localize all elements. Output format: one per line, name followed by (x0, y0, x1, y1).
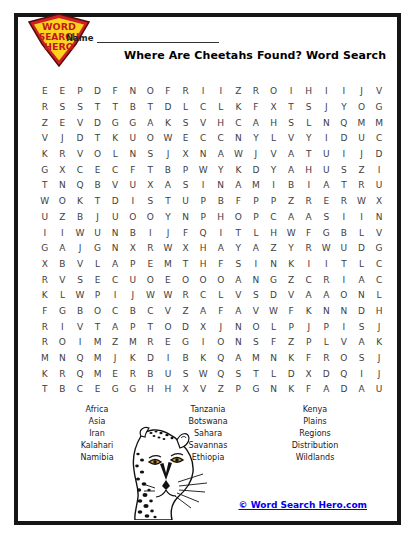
grid-cell: G (124, 382, 142, 398)
grid-cell: X (194, 319, 212, 335)
grid-cell: T (282, 100, 300, 116)
grid-cell: A (142, 115, 160, 131)
grid-cell: O (159, 319, 177, 335)
grid-cell: N (106, 241, 124, 257)
grid-cell: C (106, 304, 124, 320)
grid-cell: R (36, 335, 54, 351)
grid-cell: V (194, 382, 212, 398)
grid-cell: Y (247, 131, 265, 147)
grid-cell: G (36, 162, 54, 178)
name-row: Name (66, 33, 219, 43)
grid-cell: C (194, 100, 212, 116)
grid-cell: T (89, 100, 107, 116)
grid-cell: N (247, 272, 265, 288)
grid-cell: T (106, 100, 124, 116)
grid-cell: A (212, 147, 230, 163)
grid-cell: Y (300, 131, 318, 147)
grid-cell: W (159, 288, 177, 304)
grid-cell: B (124, 225, 142, 241)
grid-cell: M (353, 115, 371, 131)
grid-cell: F (212, 257, 230, 273)
grid-cell: Y (159, 210, 177, 226)
grid-cell: D (106, 194, 124, 210)
grid-cell: N (370, 210, 388, 226)
grid-cell: G (36, 241, 54, 257)
grid-cell: S (230, 257, 248, 273)
grid-cell: L (212, 288, 230, 304)
grid-cell: R (142, 335, 160, 351)
grid-cell: J (159, 147, 177, 163)
grid-cell: O (247, 319, 265, 335)
grid-cell: E (318, 194, 336, 210)
grid-cell: X (300, 366, 318, 382)
grid-cell: V (71, 257, 89, 273)
grid-cell: W (282, 225, 300, 241)
grid-cell: S (318, 210, 336, 226)
word-list-item: Africa (42, 404, 152, 416)
cheetah-illustration (125, 424, 209, 520)
grid-cell: U (159, 366, 177, 382)
grid-cell: X (36, 257, 54, 273)
grid-cell: W (71, 288, 89, 304)
grid-cell: S (177, 366, 195, 382)
grid-cell: U (124, 131, 142, 147)
grid-cell: T (335, 178, 353, 194)
grid-cell: R (142, 241, 160, 257)
grid-cell: G (106, 115, 124, 131)
name-underline (97, 33, 219, 43)
grid-cell: U (318, 147, 336, 163)
grid-cell: M (370, 115, 388, 131)
grid-cell: S (142, 147, 160, 163)
grid-cell: K (71, 194, 89, 210)
grid-cell: A (318, 288, 336, 304)
grid-cell: G (124, 115, 142, 131)
grid-cell: B (335, 225, 353, 241)
grid-cell: A (353, 382, 371, 398)
grid-cell: O (335, 288, 353, 304)
grid-cell: U (177, 194, 195, 210)
grid-cell: P (71, 84, 89, 100)
grid-cell: Z (212, 382, 230, 398)
grid-cell: P (124, 257, 142, 273)
grid-cell: P (194, 194, 212, 210)
grid-cell: Q (212, 351, 230, 367)
grid-cell: K (230, 100, 248, 116)
grid-cell: U (36, 210, 54, 226)
grid-cell: U (335, 241, 353, 257)
grid-cell: X (124, 241, 142, 257)
grid-cell: M (89, 366, 107, 382)
grid-cell: U (370, 382, 388, 398)
grid-cell: S (71, 100, 89, 116)
grid-cell: A (54, 241, 72, 257)
grid-cell: N (265, 382, 283, 398)
grid-cell: J (54, 131, 72, 147)
grid-cell: E (142, 257, 160, 273)
grid-cell: C (370, 272, 388, 288)
grid-cell: F (247, 100, 265, 116)
word-list-item: Kenya (260, 404, 370, 416)
grid-cell: J (370, 351, 388, 367)
grid-cell: D (177, 319, 195, 335)
grid-cell: S (71, 272, 89, 288)
grid-cell: B (159, 162, 177, 178)
grid-cell: A (106, 319, 124, 335)
grid-cell: S (142, 194, 160, 210)
grid-cell: I (335, 210, 353, 226)
grid-cell: T (159, 194, 177, 210)
grid-cell: A (230, 272, 248, 288)
grid-cell: H (142, 382, 160, 398)
grid-cell: N (318, 115, 336, 131)
grid-cell: O (142, 210, 160, 226)
grid-cell: N (230, 131, 248, 147)
grid-cell: H (159, 382, 177, 398)
grid-cell: A (318, 178, 336, 194)
grid-cell: I (335, 319, 353, 335)
grid-cell: I (247, 257, 265, 273)
grid-cell: E (89, 272, 107, 288)
grid-cell: O (212, 272, 230, 288)
grid-cell: D (89, 84, 107, 100)
grid-cell: N (194, 147, 212, 163)
grid-cell: O (335, 351, 353, 367)
grid-cell: C (230, 115, 248, 131)
grid-cell: V (282, 288, 300, 304)
grid-cell: C (300, 272, 318, 288)
grid-cell: Q (71, 178, 89, 194)
grid-cell: Z (353, 162, 371, 178)
grid-cell: A (353, 335, 371, 351)
grid-cell: W (36, 194, 54, 210)
grid-cell: Y (265, 162, 283, 178)
grid-cell: H (300, 162, 318, 178)
grid-cell: T (300, 147, 318, 163)
grid-cell: E (159, 272, 177, 288)
grid-cell: D (335, 131, 353, 147)
grid-cell: I (300, 257, 318, 273)
grid-cell: F (159, 84, 177, 100)
grid-cell: D (265, 288, 283, 304)
grid-cell: I (54, 319, 72, 335)
grid-cell: P (194, 210, 212, 226)
grid-cell: K (230, 162, 248, 178)
grid-cell: M (89, 335, 107, 351)
grid-cell: K (282, 351, 300, 367)
grid-cell: G (265, 272, 283, 288)
grid-cell: G (89, 241, 107, 257)
grid-cell: B (282, 178, 300, 194)
grid-cell: F (282, 304, 300, 320)
grid-cell: O (54, 194, 72, 210)
grid-cell: K (194, 351, 212, 367)
grid-cell: H (370, 304, 388, 320)
grid-cell: T (142, 319, 160, 335)
grid-cell: J (247, 147, 265, 163)
grid-cell: X (370, 194, 388, 210)
grid-cell: O (194, 272, 212, 288)
grid-cell: M (89, 351, 107, 367)
grid-cell: X (177, 241, 195, 257)
grid-cell: G (106, 382, 124, 398)
grid-cell: W (265, 304, 283, 320)
grid-cell: L (353, 257, 371, 273)
grid-cell: F (177, 225, 195, 241)
grid-cell: C (370, 257, 388, 273)
grid-cell: O (142, 272, 160, 288)
grid-cell: P (300, 335, 318, 351)
grid-cell: V (36, 131, 54, 147)
grid-cell: C (370, 131, 388, 147)
grid-cell: I (318, 131, 336, 147)
grid-cell: P (230, 382, 248, 398)
grid-cell: L (106, 147, 124, 163)
grid-cell: S (335, 162, 353, 178)
grid-cell: V (370, 84, 388, 100)
grid-cell: H (300, 84, 318, 100)
grid-cell: C (71, 382, 89, 398)
grid-cell: I (300, 178, 318, 194)
grid-cell: I (318, 84, 336, 100)
grid-cell: G (370, 241, 388, 257)
grid-cell: J (353, 84, 371, 100)
grid-cell: Q (194, 225, 212, 241)
grid-cell: V (106, 178, 124, 194)
grid-cell: A (230, 351, 248, 367)
grid-cell: K (36, 366, 54, 382)
grid-cell: K (36, 147, 54, 163)
grid-cell: W (318, 241, 336, 257)
grid-cell: T (230, 225, 248, 241)
grid-cell: I (353, 366, 371, 382)
grid-cell: T (335, 257, 353, 273)
grid-cell: H (194, 257, 212, 273)
grid-cell: Z (106, 335, 124, 351)
grid-cell: N (265, 351, 283, 367)
grid-cell: D (159, 100, 177, 116)
grid-cell: F (265, 335, 283, 351)
grid-cell: W (353, 194, 371, 210)
grid-cell: N (335, 304, 353, 320)
grid-cell: T (177, 257, 195, 273)
grid-cell: L (265, 319, 283, 335)
grid-cell: I (194, 335, 212, 351)
grid-cell: N (54, 178, 72, 194)
grid-cell: I (265, 178, 283, 194)
grid-cell: R (177, 84, 195, 100)
grid-cell: X (177, 382, 195, 398)
grid-cell: U (124, 178, 142, 194)
grid-cell: F (300, 382, 318, 398)
grid-cell: X (54, 162, 72, 178)
grid-cell: K (300, 304, 318, 320)
logo-word: WORD (42, 21, 76, 32)
grid-cell: D (318, 366, 336, 382)
grid-cell: D (247, 162, 265, 178)
grid-cell: J (370, 366, 388, 382)
grid-cell: U (106, 210, 124, 226)
grid-cell: B (54, 382, 72, 398)
grid-cell: M (36, 351, 54, 367)
grid-cell: E (54, 115, 72, 131)
grid-cell: M (159, 257, 177, 273)
grid-cell: P (265, 194, 283, 210)
grid-cell: Z (282, 272, 300, 288)
grid-cell: K (124, 351, 142, 367)
grid-cell: I (370, 162, 388, 178)
grid-cell: V (370, 225, 388, 241)
grid-cell: Q (212, 366, 230, 382)
grid-cell: P (318, 319, 336, 335)
grid-cell: I (194, 84, 212, 100)
grid-cell: A (300, 210, 318, 226)
grid-cell: T (247, 366, 265, 382)
grid-cell: Z (282, 335, 300, 351)
grid-cell: U (89, 225, 107, 241)
word-list-item: Regions (260, 428, 370, 440)
grid-cell: N (230, 335, 248, 351)
grid-cell: B (124, 304, 142, 320)
grid-cell: V (282, 131, 300, 147)
grid-cell: X (265, 100, 283, 116)
grid-cell: B (142, 366, 160, 382)
grid-cell: F (300, 351, 318, 367)
grid-cell: S (177, 178, 195, 194)
grid-cell: G (177, 335, 195, 351)
grid-cell: R (36, 319, 54, 335)
cheetah-right-ear (177, 434, 189, 448)
grid-cell: J (159, 225, 177, 241)
grid-cell: Z (36, 115, 54, 131)
grid-cell: N (177, 210, 195, 226)
grid-cell: K (282, 257, 300, 273)
grid-cell: A (230, 178, 248, 194)
grid-cell: S (54, 100, 72, 116)
word-grid: EEPDFNOFRIIZROIHIIJVRSSTTBTDLCLKFXTSJYOG… (36, 84, 388, 398)
grid-cell: B (212, 194, 230, 210)
grid-cell: B (124, 100, 142, 116)
grid-cell: F (36, 304, 54, 320)
grid-cell: O (212, 335, 230, 351)
name-label: Name (66, 33, 93, 43)
grid-cell: I (212, 225, 230, 241)
grid-cell: X (142, 178, 160, 194)
grid-cell: Q (335, 366, 353, 382)
grid-cell: Z (230, 84, 248, 100)
grid-cell: U (124, 272, 142, 288)
grid-cell: O (89, 304, 107, 320)
grid-cell: A (247, 115, 265, 131)
grid-cell: L (54, 288, 72, 304)
grid-cell: B (177, 351, 195, 367)
grid-cell: C (194, 131, 212, 147)
footer-credit-link[interactable]: © Word Search Hero.com (239, 500, 367, 510)
worksheet-page: WORD SEARCH HERO Name Where Are Cheetahs… (0, 0, 416, 539)
grid-cell: T (142, 100, 160, 116)
grid-cell: S (247, 288, 265, 304)
grid-cell: L (353, 225, 371, 241)
grid-cell: R (54, 147, 72, 163)
grid-cell: R (300, 194, 318, 210)
grid-cell: W (194, 162, 212, 178)
grid-cell: O (230, 210, 248, 226)
grid-cell: I (212, 84, 230, 100)
grid-cell: S (230, 366, 248, 382)
grid-cell: Q (71, 366, 89, 382)
grid-cell: O (124, 210, 142, 226)
grid-cell: A (282, 210, 300, 226)
grid-cell: Y (230, 241, 248, 257)
grid-cell: K (106, 131, 124, 147)
grid-cell: F (300, 225, 318, 241)
grid-cell: A (282, 147, 300, 163)
grid-cell: P (177, 162, 195, 178)
grid-cell: P (282, 319, 300, 335)
grid-cell: P (247, 194, 265, 210)
grid-cell: D (89, 115, 107, 131)
grid-cell: O (265, 84, 283, 100)
grid-cell: T (36, 178, 54, 194)
grid-cell: D (71, 131, 89, 147)
grid-cell: E (36, 84, 54, 100)
grid-cell: I (124, 194, 142, 210)
grid-cell: V (335, 335, 353, 351)
grid-cell: J (212, 319, 230, 335)
grid-cell: L (370, 288, 388, 304)
grid-cell: O (177, 272, 195, 288)
grid-cell: C (106, 272, 124, 288)
grid-cell: V (54, 272, 72, 288)
page-title: Where Are Cheetahs Found? Word Search (0, 49, 416, 62)
grid-cell: T (36, 382, 54, 398)
grid-cell: K (370, 335, 388, 351)
grid-cell: A (159, 178, 177, 194)
grid-cell: L (212, 100, 230, 116)
grid-cell: F (230, 194, 248, 210)
grid-cell: T (142, 162, 160, 178)
grid-cell: P (124, 319, 142, 335)
grid-cell: O (54, 335, 72, 351)
grid-cell: N (54, 351, 72, 367)
grid-cell: D (353, 241, 371, 257)
grid-cell: R (124, 366, 142, 382)
grid-cell: Y (335, 100, 353, 116)
grid-cell: E (89, 382, 107, 398)
grid-cell: J (124, 288, 142, 304)
word-list-column-3: KenyaPlainsRegionsDistributionWildlands (260, 404, 370, 464)
grid-cell: A (230, 304, 248, 320)
word-list-item: Plains (260, 416, 370, 428)
grid-cell: I (194, 178, 212, 194)
grid-cell: C (142, 304, 160, 320)
grid-cell: E (89, 162, 107, 178)
grid-cell: J (300, 319, 318, 335)
grid-cell: W (142, 288, 160, 304)
word-list-item: Tanzania (153, 404, 263, 416)
grid-cell: S (353, 319, 371, 335)
grid-cell: S (282, 115, 300, 131)
grid-cell: I (36, 225, 54, 241)
grid-cell: Q (71, 351, 89, 367)
grid-cell: H (194, 241, 212, 257)
grid-cell: L (177, 100, 195, 116)
grid-cell: U (318, 162, 336, 178)
grid-cell: U (370, 178, 388, 194)
grid-cell: L (89, 257, 107, 273)
grid-cell: H (265, 225, 283, 241)
grid-cell: R (300, 241, 318, 257)
